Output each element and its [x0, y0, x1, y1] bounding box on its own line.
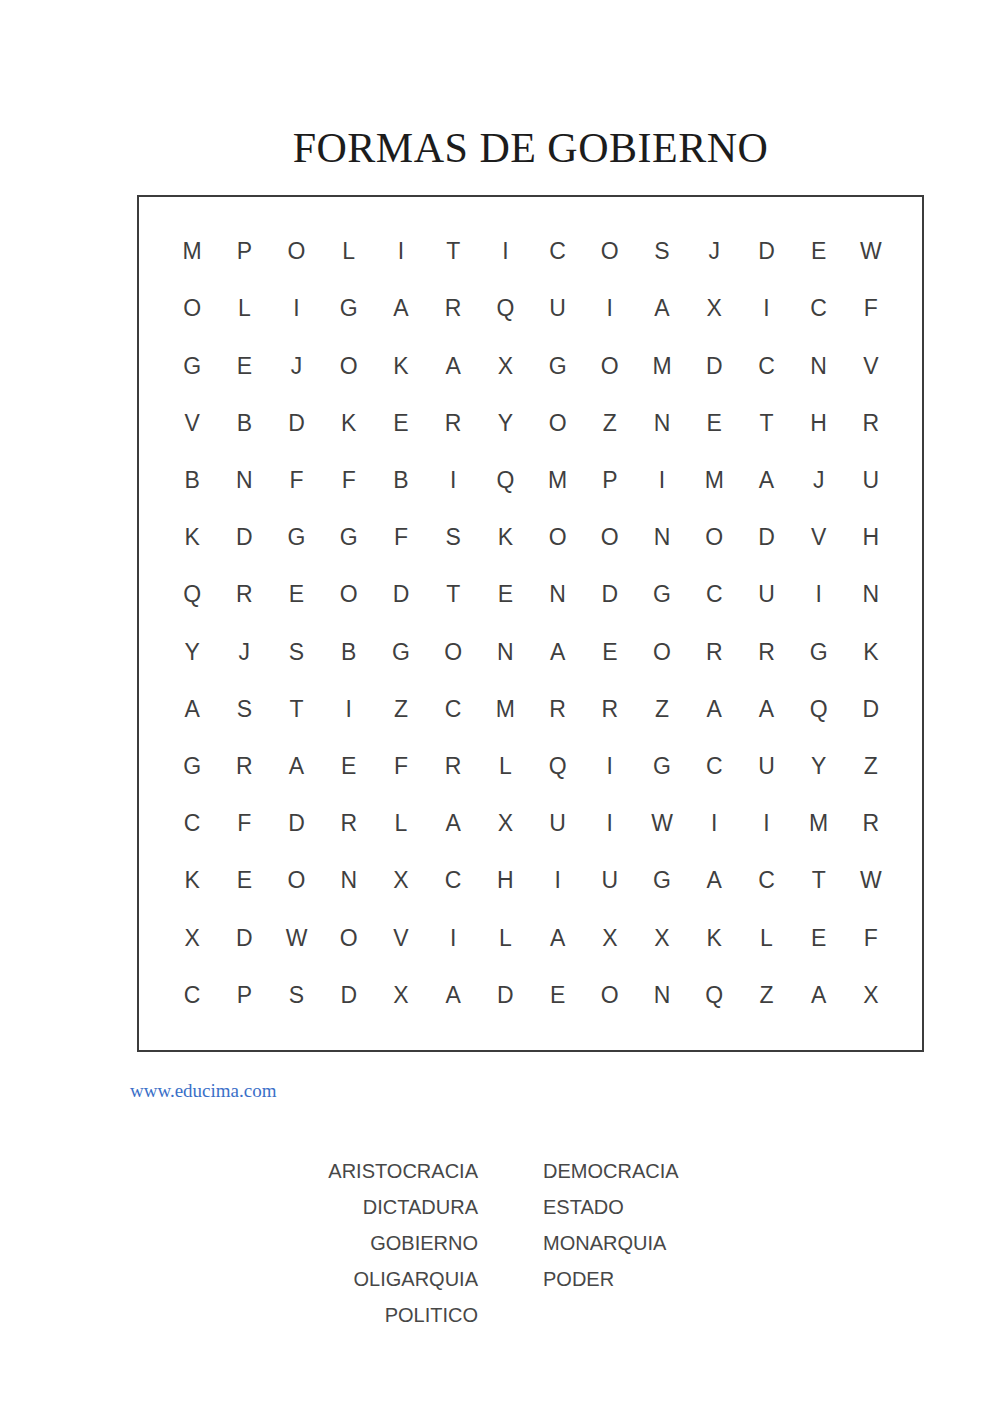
grid-cell[interactable]: I [584, 795, 636, 852]
grid-cell[interactable]: I [584, 280, 636, 337]
grid-cell[interactable]: N [636, 395, 688, 452]
grid-cell[interactable]: V [845, 337, 897, 394]
grid-cell[interactable]: J [218, 624, 270, 681]
grid-cell[interactable]: X [375, 967, 427, 1024]
grid-cell[interactable]: L [740, 910, 792, 967]
grid-cell[interactable]: I [636, 452, 688, 509]
grid-cell[interactable]: Q [793, 681, 845, 738]
grid-cell[interactable]: M [636, 337, 688, 394]
grid-cell[interactable]: F [845, 910, 897, 967]
grid-cell[interactable]: R [584, 681, 636, 738]
grid-cell[interactable]: E [375, 395, 427, 452]
grid-cell[interactable]: E [793, 910, 845, 967]
grid-cell[interactable]: I [740, 795, 792, 852]
grid-cell[interactable]: M [166, 223, 218, 280]
grid-cell[interactable]: I [532, 852, 584, 909]
word-list-item: POLITICO [0, 1297, 478, 1333]
grid-cell[interactable]: A [532, 624, 584, 681]
grid-cell[interactable]: G [636, 738, 688, 795]
grid-cell[interactable]: Z [584, 395, 636, 452]
grid-cell[interactable]: O [166, 280, 218, 337]
grid-cell[interactable]: G [323, 280, 375, 337]
grid-cell[interactable]: E [793, 223, 845, 280]
grid-cell[interactable]: R [427, 738, 479, 795]
grid-cell[interactable]: G [636, 566, 688, 623]
grid-cell[interactable]: H [793, 395, 845, 452]
grid-cell[interactable]: C [166, 795, 218, 852]
grid-cell[interactable]: J [270, 337, 322, 394]
grid-cell[interactable]: A [427, 795, 479, 852]
word-list-item: OLIGARQUIA [0, 1261, 478, 1297]
grid-cell[interactable]: F [270, 452, 322, 509]
grid-cell[interactable]: K [166, 509, 218, 566]
grid-cell[interactable]: B [218, 395, 270, 452]
educima-link[interactable]: www.educima.com [130, 1080, 277, 1103]
grid-cell[interactable]: W [845, 852, 897, 909]
grid-cell[interactable]: S [636, 223, 688, 280]
grid-cell[interactable]: T [270, 681, 322, 738]
grid-cell[interactable]: R [845, 395, 897, 452]
grid-cell[interactable]: N [532, 566, 584, 623]
word-list: ARISTOCRACIADICTADURAGOBIERNOOLIGARQUIAP… [0, 1153, 1000, 1343]
grid-cell[interactable]: F [323, 452, 375, 509]
grid-cell[interactable]: G [793, 624, 845, 681]
grid-cell[interactable]: F [218, 795, 270, 852]
grid-cell[interactable]: R [845, 795, 897, 852]
grid-cell[interactable]: C [532, 223, 584, 280]
grid-cell[interactable]: R [688, 624, 740, 681]
grid-cell[interactable]: E [532, 967, 584, 1024]
grid-cell[interactable]: T [793, 852, 845, 909]
grid-cell[interactable]: F [375, 738, 427, 795]
grid-cell[interactable]: O [270, 223, 322, 280]
grid-cell[interactable]: K [688, 910, 740, 967]
grid-cell[interactable]: O [532, 509, 584, 566]
grid-cell[interactable]: R [218, 738, 270, 795]
grid-cell[interactable]: V [375, 910, 427, 967]
grid-cell[interactable]: K [323, 395, 375, 452]
grid-cell[interactable]: S [270, 624, 322, 681]
grid-cell[interactable]: Z [375, 681, 427, 738]
word-list-item: DEMOCRACIA [543, 1153, 679, 1189]
grid-cell[interactable]: R [323, 795, 375, 852]
grid-cell[interactable]: C [688, 566, 740, 623]
grid-cell[interactable]: P [218, 223, 270, 280]
grid-cell[interactable]: Q [166, 566, 218, 623]
grid-cell[interactable]: Z [740, 967, 792, 1024]
grid-cell[interactable]: C [166, 967, 218, 1024]
grid-cell[interactable]: E [479, 566, 531, 623]
grid-cell[interactable]: V [166, 395, 218, 452]
grid-cell[interactable]: K [166, 852, 218, 909]
grid-cell[interactable]: O [688, 509, 740, 566]
grid-cell[interactable]: A [688, 852, 740, 909]
grid-cell[interactable]: M [479, 681, 531, 738]
grid-cell[interactable]: X [375, 852, 427, 909]
grid-cell[interactable]: O [427, 624, 479, 681]
grid-cell[interactable]: Q [532, 738, 584, 795]
grid-cell[interactable]: Q [479, 280, 531, 337]
grid-cell[interactable]: S [270, 967, 322, 1024]
grid-cell[interactable]: C [427, 681, 479, 738]
grid-cell[interactable]: I [479, 223, 531, 280]
grid-cell[interactable]: A [688, 681, 740, 738]
grid-cell[interactable]: O [323, 910, 375, 967]
grid-cell[interactable]: I [740, 280, 792, 337]
grid-cell[interactable]: N [793, 337, 845, 394]
grid-cell[interactable]: A [740, 452, 792, 509]
word-list-item: GOBIERNO [0, 1225, 478, 1261]
grid-cell[interactable]: J [793, 452, 845, 509]
grid-cell[interactable]: G [270, 509, 322, 566]
grid-cell[interactable]: Q [688, 967, 740, 1024]
grid-cell[interactable]: D [218, 509, 270, 566]
grid-cell[interactable]: H [845, 509, 897, 566]
grid-cell[interactable]: Z [845, 738, 897, 795]
grid-cell[interactable]: E [584, 624, 636, 681]
grid-cell[interactable]: Q [479, 452, 531, 509]
grid-cell[interactable]: R [532, 681, 584, 738]
grid-cell[interactable]: W [270, 910, 322, 967]
grid-cell[interactable]: O [584, 337, 636, 394]
word-list-right-column: DEMOCRACIAESTADOMONARQUIAPODER [543, 1153, 679, 1297]
grid-cell[interactable]: R [427, 280, 479, 337]
page-title: FORMAS DE GOBIERNO [137, 127, 924, 169]
grid-cell[interactable]: T [427, 566, 479, 623]
grid-cell[interactable]: C [427, 852, 479, 909]
grid-cell[interactable]: O [636, 624, 688, 681]
grid-cell[interactable]: L [479, 910, 531, 967]
grid-cell[interactable]: B [375, 452, 427, 509]
grid-cell[interactable]: I [427, 452, 479, 509]
grid-cell[interactable]: H [479, 852, 531, 909]
grid-cell[interactable]: U [532, 280, 584, 337]
grid-cell[interactable]: N [845, 566, 897, 623]
grid-cell[interactable]: C [688, 738, 740, 795]
grid-cell[interactable]: Y [479, 395, 531, 452]
grid-cell[interactable]: W [845, 223, 897, 280]
grid-cell[interactable]: G [532, 337, 584, 394]
grid-cell[interactable]: D [270, 795, 322, 852]
word-list-item: ARISTOCRACIA [0, 1153, 478, 1189]
grid-cell[interactable]: A [166, 681, 218, 738]
grid-cell[interactable]: N [636, 509, 688, 566]
grid-cell[interactable]: N [636, 967, 688, 1024]
grid-cell[interactable]: A [427, 337, 479, 394]
grid-cell[interactable]: U [584, 852, 636, 909]
grid-cell[interactable]: O [323, 566, 375, 623]
grid-cell[interactable]: C [740, 852, 792, 909]
word-list-item: PODER [543, 1261, 679, 1297]
grid-cell[interactable]: W [636, 795, 688, 852]
grid-cell[interactable]: E [323, 738, 375, 795]
word-list-item: MONARQUIA [543, 1225, 679, 1261]
grid-cell[interactable]: D [323, 967, 375, 1024]
grid-cell[interactable]: A [793, 967, 845, 1024]
grid-cell[interactable]: Y [166, 624, 218, 681]
grid-cell[interactable]: I [584, 738, 636, 795]
grid-cell[interactable]: R [427, 395, 479, 452]
grid-cell[interactable]: N [323, 852, 375, 909]
grid-cell[interactable]: K [479, 509, 531, 566]
grid-cell[interactable]: A [636, 280, 688, 337]
grid-cell[interactable]: O [270, 852, 322, 909]
grid-cell[interactable]: F [845, 280, 897, 337]
grid-cell[interactable]: D [584, 566, 636, 623]
grid-cell[interactable]: G [323, 509, 375, 566]
grid-cell[interactable]: M [793, 795, 845, 852]
grid-cell[interactable]: R [218, 566, 270, 623]
grid-cell[interactable]: A [375, 280, 427, 337]
grid-cell[interactable]: R [740, 624, 792, 681]
grid-cell[interactable]: G [166, 337, 218, 394]
grid-cell[interactable]: D [479, 967, 531, 1024]
grid-cell[interactable]: S [218, 681, 270, 738]
grid-cell[interactable]: I [427, 910, 479, 967]
grid-cell[interactable]: X [688, 280, 740, 337]
grid-cell[interactable]: I [375, 223, 427, 280]
grid-cell[interactable]: V [793, 509, 845, 566]
grid-cell[interactable]: Z [636, 681, 688, 738]
grid-cell[interactable]: A [427, 967, 479, 1024]
grid-cell[interactable]: C [793, 280, 845, 337]
grid-cell[interactable]: D [740, 509, 792, 566]
grid-cell[interactable]: L [218, 280, 270, 337]
grid-cell[interactable]: S [427, 509, 479, 566]
grid-cell[interactable]: B [166, 452, 218, 509]
grid-cell[interactable]: X [845, 967, 897, 1024]
grid-cell[interactable]: O [323, 337, 375, 394]
grid-cell[interactable]: L [479, 738, 531, 795]
grid-cell[interactable]: D [688, 337, 740, 394]
grid-cell[interactable]: P [218, 967, 270, 1024]
grid-cell[interactable]: Y [793, 738, 845, 795]
grid-cell[interactable]: E [688, 395, 740, 452]
grid-cell[interactable]: D [218, 910, 270, 967]
grid-cell[interactable]: T [740, 395, 792, 452]
grid-cell[interactable]: O [532, 395, 584, 452]
grid-cell[interactable]: T [427, 223, 479, 280]
grid-cell[interactable]: L [375, 795, 427, 852]
grid-cell[interactable]: X [166, 910, 218, 967]
grid-cell[interactable]: G [166, 738, 218, 795]
grid-cell[interactable]: O [584, 967, 636, 1024]
grid-cell[interactable]: D [270, 395, 322, 452]
grid-cell[interactable]: X [636, 910, 688, 967]
grid-cell[interactable]: J [688, 223, 740, 280]
letter-grid: MPOLITICOSJDEWOLIGARQUIAXICFGEJOKAXGOMDC… [166, 223, 897, 1024]
word-list-left-column: ARISTOCRACIADICTADURAGOBIERNOOLIGARQUIAP… [0, 1153, 478, 1333]
grid-cell[interactable]: A [270, 738, 322, 795]
grid-cell[interactable]: C [740, 337, 792, 394]
grid-cell[interactable]: A [740, 681, 792, 738]
grid-cell[interactable]: U [740, 566, 792, 623]
grid-cell[interactable]: E [270, 566, 322, 623]
grid-cell[interactable]: L [323, 223, 375, 280]
grid-cell[interactable]: E [218, 852, 270, 909]
grid-cell[interactable]: O [584, 223, 636, 280]
grid-cell[interactable]: G [636, 852, 688, 909]
grid-cell[interactable]: N [218, 452, 270, 509]
grid-cell[interactable]: K [375, 337, 427, 394]
grid-cell[interactable]: O [584, 509, 636, 566]
grid-cell[interactable]: N [479, 624, 531, 681]
grid-cell[interactable]: D [740, 223, 792, 280]
grid-cell[interactable]: M [688, 452, 740, 509]
grid-cell[interactable]: M [532, 452, 584, 509]
grid-cell[interactable]: P [584, 452, 636, 509]
grid-cell[interactable]: U [532, 795, 584, 852]
grid-cell[interactable]: U [845, 452, 897, 509]
grid-cell[interactable]: G [375, 624, 427, 681]
grid-cell[interactable]: A [532, 910, 584, 967]
grid-cell[interactable]: X [584, 910, 636, 967]
grid-cell[interactable]: I [688, 795, 740, 852]
word-list-item: DICTADURA [0, 1189, 478, 1225]
grid-cell[interactable]: X [479, 795, 531, 852]
grid-cell[interactable]: F [375, 509, 427, 566]
grid-cell[interactable]: I [793, 566, 845, 623]
word-search-board: MPOLITICOSJDEWOLIGARQUIAXICFGEJOKAXGOMDC… [137, 195, 924, 1052]
grid-cell[interactable]: K [845, 624, 897, 681]
grid-cell[interactable]: I [323, 681, 375, 738]
grid-cell[interactable]: E [218, 337, 270, 394]
grid-cell[interactable]: D [375, 566, 427, 623]
grid-cell[interactable]: B [323, 624, 375, 681]
word-list-item: ESTADO [543, 1189, 679, 1225]
grid-cell[interactable]: I [270, 280, 322, 337]
grid-cell[interactable]: U [740, 738, 792, 795]
word-search-worksheet: FORMAS DE GOBIERNO MPOLITICOSJDEWOLIGARQ… [0, 0, 1000, 1414]
grid-cell[interactable]: X [479, 337, 531, 394]
grid-cell[interactable]: D [845, 681, 897, 738]
